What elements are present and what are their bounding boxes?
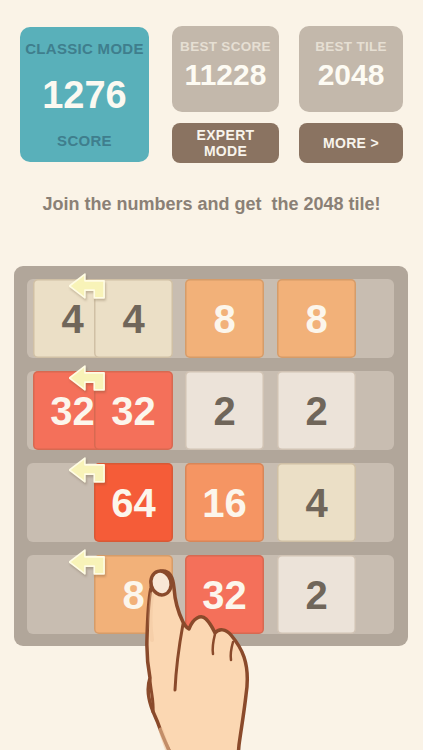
tile-8: 8 [185, 279, 264, 358]
tile-8: 8 [277, 279, 356, 358]
tile-16: 16 [185, 463, 264, 542]
tile-2: 2 [185, 371, 264, 450]
tile-4: 4 [277, 463, 356, 542]
best-tile-panel: BEST TILE 2048 [299, 26, 403, 112]
current-score-panel: CLASSIC MODE 1276 SCORE [20, 27, 149, 162]
tile-2: 2 [277, 555, 356, 634]
hand-silhouette [147, 571, 247, 750]
current-score-value: 1276 [24, 76, 145, 114]
tagline: Join the numbers and get the 2048 tile! [0, 194, 423, 215]
swipe-left-arrow-icon [69, 456, 106, 484]
pointing-hand-illustration [95, 550, 265, 750]
more-button[interactable]: MORE > [299, 123, 403, 163]
classic-mode-label: CLASSIC MODE [24, 40, 145, 57]
best-score-label: BEST SCORE [180, 39, 271, 54]
best-tile-label: BEST TILE [315, 39, 387, 54]
swipe-left-arrow-icon [69, 364, 106, 392]
best-score-value: 11228 [185, 60, 267, 90]
best-tile-value: 2048 [318, 60, 385, 90]
tile-2: 2 [277, 371, 356, 450]
app-screen: CLASSIC MODE 1276 SCORE BEST SCORE 11228… [0, 0, 423, 750]
score-label: SCORE [24, 132, 145, 149]
expert-mode-button[interactable]: EXPERT MODE [172, 123, 279, 163]
best-score-panel: BEST SCORE 11228 [172, 26, 279, 112]
swipe-left-arrow-icon [69, 272, 106, 300]
